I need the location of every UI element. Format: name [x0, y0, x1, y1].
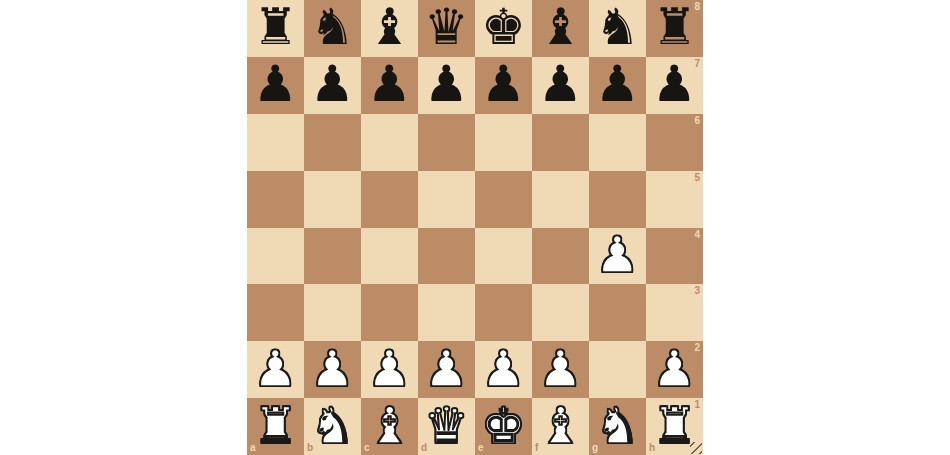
- square-e4[interactable]: [475, 228, 532, 285]
- square-e5[interactable]: [475, 171, 532, 228]
- square-a3[interactable]: [247, 284, 304, 341]
- square-g4[interactable]: ♟: [589, 228, 646, 285]
- square-g8[interactable]: ♞: [589, 0, 646, 57]
- white-bishop[interactable]: ♝: [367, 401, 412, 451]
- black-rook[interactable]: ♜: [652, 2, 697, 52]
- square-b3[interactable]: [304, 284, 361, 341]
- white-knight[interactable]: ♞: [310, 401, 355, 451]
- black-pawn[interactable]: ♟: [367, 59, 412, 109]
- white-king[interactable]: ♚: [481, 401, 526, 451]
- white-pawn[interactable]: ♟: [424, 344, 469, 394]
- square-g3[interactable]: [589, 284, 646, 341]
- square-h8[interactable]: ♜8: [646, 0, 703, 57]
- square-d7[interactable]: ♟: [418, 57, 475, 114]
- black-pawn[interactable]: ♟: [481, 59, 526, 109]
- square-a1[interactable]: ♜a: [247, 398, 304, 455]
- square-b6[interactable]: [304, 114, 361, 171]
- square-c4[interactable]: [361, 228, 418, 285]
- square-h7[interactable]: ♟7: [646, 57, 703, 114]
- black-pawn[interactable]: ♟: [310, 59, 355, 109]
- white-bishop[interactable]: ♝: [538, 401, 583, 451]
- black-pawn[interactable]: ♟: [652, 59, 697, 109]
- square-h6[interactable]: 6: [646, 114, 703, 171]
- square-f7[interactable]: ♟: [532, 57, 589, 114]
- square-a4[interactable]: [247, 228, 304, 285]
- square-g5[interactable]: [589, 171, 646, 228]
- square-a5[interactable]: [247, 171, 304, 228]
- black-pawn[interactable]: ♟: [253, 59, 298, 109]
- square-e1[interactable]: ♚e: [475, 398, 532, 455]
- square-g6[interactable]: [589, 114, 646, 171]
- square-b4[interactable]: [304, 228, 361, 285]
- square-a2[interactable]: ♟: [247, 341, 304, 398]
- square-c1[interactable]: ♝c: [361, 398, 418, 455]
- board-resize-handle-icon[interactable]: [690, 442, 702, 454]
- rank-label-5: 5: [694, 173, 700, 183]
- square-g2[interactable]: [589, 341, 646, 398]
- square-c7[interactable]: ♟: [361, 57, 418, 114]
- square-h5[interactable]: 5: [646, 171, 703, 228]
- black-king[interactable]: ♚: [481, 2, 526, 52]
- white-pawn[interactable]: ♟: [538, 344, 583, 394]
- square-f4[interactable]: [532, 228, 589, 285]
- black-bishop[interactable]: ♝: [367, 2, 412, 52]
- white-pawn[interactable]: ♟: [253, 344, 298, 394]
- page: ♜♞♝♛♚♝♞♜8♟♟♟♟♟♟♟♟765♟43♟♟♟♟♟♟♟2♜a♞b♝c♛d♚…: [0, 0, 950, 455]
- square-c5[interactable]: [361, 171, 418, 228]
- square-c6[interactable]: [361, 114, 418, 171]
- square-h4[interactable]: 4: [646, 228, 703, 285]
- rank-label-4: 4: [694, 230, 700, 240]
- square-b2[interactable]: ♟: [304, 341, 361, 398]
- white-pawn[interactable]: ♟: [652, 344, 697, 394]
- white-queen[interactable]: ♛: [424, 401, 469, 451]
- black-queen[interactable]: ♛: [424, 2, 469, 52]
- black-rook[interactable]: ♜: [253, 2, 298, 52]
- chess-board: ♜♞♝♛♚♝♞♜8♟♟♟♟♟♟♟♟765♟43♟♟♟♟♟♟♟2♜a♞b♝c♛d♚…: [247, 0, 703, 455]
- square-d4[interactable]: [418, 228, 475, 285]
- white-pawn[interactable]: ♟: [595, 230, 640, 280]
- square-h2[interactable]: ♟2: [646, 341, 703, 398]
- black-pawn[interactable]: ♟: [538, 59, 583, 109]
- square-c2[interactable]: ♟: [361, 341, 418, 398]
- black-bishop[interactable]: ♝: [538, 2, 583, 52]
- square-f3[interactable]: [532, 284, 589, 341]
- white-pawn[interactable]: ♟: [367, 344, 412, 394]
- square-g1[interactable]: ♞g: [589, 398, 646, 455]
- rank-label-3: 3: [694, 286, 700, 296]
- square-d1[interactable]: ♛d: [418, 398, 475, 455]
- square-e8[interactable]: ♚: [475, 0, 532, 57]
- white-rook[interactable]: ♜: [253, 401, 298, 451]
- white-pawn[interactable]: ♟: [310, 344, 355, 394]
- square-d5[interactable]: [418, 171, 475, 228]
- square-d8[interactable]: ♛: [418, 0, 475, 57]
- square-f6[interactable]: [532, 114, 589, 171]
- square-f1[interactable]: ♝f: [532, 398, 589, 455]
- square-b5[interactable]: [304, 171, 361, 228]
- square-e7[interactable]: ♟: [475, 57, 532, 114]
- square-a8[interactable]: ♜: [247, 0, 304, 57]
- black-knight[interactable]: ♞: [595, 2, 640, 52]
- black-pawn[interactable]: ♟: [424, 59, 469, 109]
- square-e3[interactable]: [475, 284, 532, 341]
- square-g7[interactable]: ♟: [589, 57, 646, 114]
- rank-label-6: 6: [694, 116, 700, 126]
- square-d6[interactable]: [418, 114, 475, 171]
- black-knight[interactable]: ♞: [310, 2, 355, 52]
- white-pawn[interactable]: ♟: [481, 344, 526, 394]
- square-e6[interactable]: [475, 114, 532, 171]
- square-f5[interactable]: [532, 171, 589, 228]
- square-h3[interactable]: 3: [646, 284, 703, 341]
- square-b1[interactable]: ♞b: [304, 398, 361, 455]
- square-a7[interactable]: ♟: [247, 57, 304, 114]
- square-b7[interactable]: ♟: [304, 57, 361, 114]
- black-pawn[interactable]: ♟: [595, 59, 640, 109]
- square-a6[interactable]: [247, 114, 304, 171]
- square-c3[interactable]: [361, 284, 418, 341]
- square-c8[interactable]: ♝: [361, 0, 418, 57]
- square-d2[interactable]: ♟: [418, 341, 475, 398]
- square-f8[interactable]: ♝: [532, 0, 589, 57]
- white-knight[interactable]: ♞: [595, 401, 640, 451]
- square-d3[interactable]: [418, 284, 475, 341]
- square-f2[interactable]: ♟: [532, 341, 589, 398]
- square-e2[interactable]: ♟: [475, 341, 532, 398]
- square-b8[interactable]: ♞: [304, 0, 361, 57]
